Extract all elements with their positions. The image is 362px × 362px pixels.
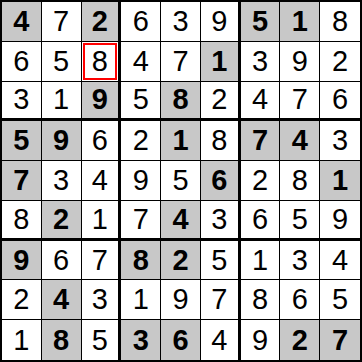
cell-r3c5[interactable]: 8 xyxy=(161,82,201,122)
cell-r6c7[interactable]: 6 xyxy=(241,201,281,241)
sudoku-board: 4726395186584713923195824765962187437349… xyxy=(0,0,362,362)
cell-r7c3[interactable]: 7 xyxy=(82,241,122,281)
cell-r3c6[interactable]: 2 xyxy=(201,82,241,122)
cell-r2c1[interactable]: 6 xyxy=(2,42,42,82)
cell-r5c5[interactable]: 5 xyxy=(161,161,201,201)
cell-r4c5[interactable]: 1 xyxy=(161,121,201,161)
cell-r5c6[interactable]: 6 xyxy=(201,161,241,201)
cell-r8c8[interactable]: 6 xyxy=(280,280,320,320)
cell-r6c2[interactable]: 2 xyxy=(42,201,82,241)
cell-r9c4[interactable]: 3 xyxy=(121,320,161,360)
cell-r3c3[interactable]: 9 xyxy=(82,82,122,122)
cell-r4c8[interactable]: 4 xyxy=(280,121,320,161)
cell-r8c5[interactable]: 9 xyxy=(161,280,201,320)
cell-r7c8[interactable]: 3 xyxy=(280,241,320,281)
cell-r2c7[interactable]: 3 xyxy=(241,42,281,82)
cell-r7c2[interactable]: 6 xyxy=(42,241,82,281)
cell-r8c3[interactable]: 3 xyxy=(82,280,122,320)
cell-r2c6[interactable]: 1 xyxy=(201,42,241,82)
cell-r3c1[interactable]: 3 xyxy=(2,82,42,122)
cell-r6c8[interactable]: 5 xyxy=(280,201,320,241)
cell-r8c1[interactable]: 2 xyxy=(2,280,42,320)
cell-r2c8[interactable]: 9 xyxy=(280,42,320,82)
cell-r4c7[interactable]: 7 xyxy=(241,121,281,161)
cell-r8c9[interactable]: 5 xyxy=(320,280,360,320)
cell-r3c2[interactable]: 1 xyxy=(42,82,82,122)
cell-r7c5[interactable]: 2 xyxy=(161,241,201,281)
cell-r3c4[interactable]: 5 xyxy=(121,82,161,122)
cell-r7c6[interactable]: 5 xyxy=(201,241,241,281)
cell-r1c7[interactable]: 5 xyxy=(241,2,281,42)
cell-r7c9[interactable]: 4 xyxy=(320,241,360,281)
cell-r6c6[interactable]: 3 xyxy=(201,201,241,241)
cell-r7c4[interactable]: 8 xyxy=(121,241,161,281)
cell-r2c3[interactable]: 8 xyxy=(82,42,122,82)
cell-r5c9[interactable]: 1 xyxy=(320,161,360,201)
cell-r4c6[interactable]: 8 xyxy=(201,121,241,161)
cell-r2c4[interactable]: 4 xyxy=(121,42,161,82)
cell-r2c5[interactable]: 7 xyxy=(161,42,201,82)
cell-r1c3[interactable]: 2 xyxy=(82,2,122,42)
cell-r4c3[interactable]: 6 xyxy=(82,121,122,161)
cell-r1c5[interactable]: 3 xyxy=(161,2,201,42)
cell-r8c6[interactable]: 7 xyxy=(201,280,241,320)
cell-r9c1[interactable]: 1 xyxy=(2,320,42,360)
cell-r6c5[interactable]: 4 xyxy=(161,201,201,241)
cell-r6c9[interactable]: 9 xyxy=(320,201,360,241)
cell-r1c9[interactable]: 8 xyxy=(320,2,360,42)
cell-r6c4[interactable]: 7 xyxy=(121,201,161,241)
cell-r4c9[interactable]: 3 xyxy=(320,121,360,161)
cell-r9c2[interactable]: 8 xyxy=(42,320,82,360)
cell-r2c2[interactable]: 5 xyxy=(42,42,82,82)
cell-r9c5[interactable]: 6 xyxy=(161,320,201,360)
cell-r6c1[interactable]: 8 xyxy=(2,201,42,241)
cell-r9c9[interactable]: 7 xyxy=(320,320,360,360)
cell-r1c6[interactable]: 9 xyxy=(201,2,241,42)
cell-r1c8[interactable]: 1 xyxy=(280,2,320,42)
cell-r4c4[interactable]: 2 xyxy=(121,121,161,161)
cell-r9c6[interactable]: 4 xyxy=(201,320,241,360)
cell-r5c1[interactable]: 7 xyxy=(2,161,42,201)
cell-r3c7[interactable]: 4 xyxy=(241,82,281,122)
cell-r1c1[interactable]: 4 xyxy=(2,2,42,42)
cell-r1c4[interactable]: 6 xyxy=(121,2,161,42)
cell-r7c1[interactable]: 9 xyxy=(2,241,42,281)
cell-r9c8[interactable]: 2 xyxy=(280,320,320,360)
cell-r6c3[interactable]: 1 xyxy=(82,201,122,241)
cell-r5c3[interactable]: 4 xyxy=(82,161,122,201)
cell-r5c7[interactable]: 2 xyxy=(241,161,281,201)
cell-r3c9[interactable]: 6 xyxy=(320,82,360,122)
cell-r8c4[interactable]: 1 xyxy=(121,280,161,320)
cell-r4c2[interactable]: 9 xyxy=(42,121,82,161)
cell-r3c8[interactable]: 7 xyxy=(280,82,320,122)
cell-r5c2[interactable]: 3 xyxy=(42,161,82,201)
cell-r9c3[interactable]: 5 xyxy=(82,320,122,360)
cell-r9c7[interactable]: 9 xyxy=(241,320,281,360)
cell-r2c9[interactable]: 2 xyxy=(320,42,360,82)
cell-r5c8[interactable]: 8 xyxy=(280,161,320,201)
cell-r1c2[interactable]: 7 xyxy=(42,2,82,42)
cell-r7c7[interactable]: 1 xyxy=(241,241,281,281)
cell-r4c1[interactable]: 5 xyxy=(2,121,42,161)
cell-r8c7[interactable]: 8 xyxy=(241,280,281,320)
cell-r5c4[interactable]: 9 xyxy=(121,161,161,201)
cell-r8c2[interactable]: 4 xyxy=(42,280,82,320)
